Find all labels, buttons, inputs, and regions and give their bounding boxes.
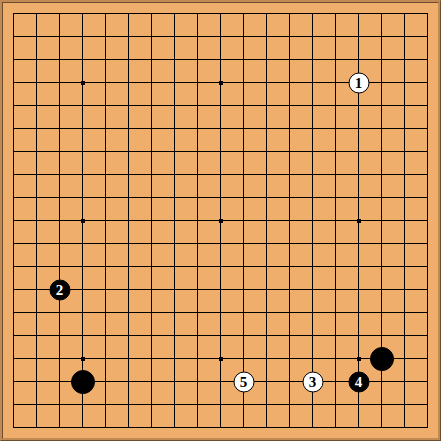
stone-white-3: 3 — [302, 371, 323, 392]
star-point — [357, 219, 361, 223]
star-point — [81, 357, 85, 361]
move-number-label: 2 — [56, 282, 64, 297]
move-number-label: 1 — [355, 75, 363, 90]
stone-black-2: 2 — [49, 279, 70, 300]
star-point — [219, 357, 223, 361]
go-board-diagram: 12534 — [0, 0, 441, 441]
star-point — [357, 357, 361, 361]
stone-black — [71, 370, 95, 394]
star-point — [81, 219, 85, 223]
stone-white-1: 1 — [348, 72, 369, 93]
stone-white-5: 5 — [233, 371, 254, 392]
stone-black — [370, 347, 394, 371]
star-point — [81, 81, 85, 85]
star-point — [219, 219, 223, 223]
move-number-label: 4 — [355, 374, 363, 389]
move-number-label: 5 — [240, 374, 248, 389]
stone-black-4: 4 — [348, 371, 369, 392]
move-number-label: 3 — [309, 374, 317, 389]
star-point — [219, 81, 223, 85]
